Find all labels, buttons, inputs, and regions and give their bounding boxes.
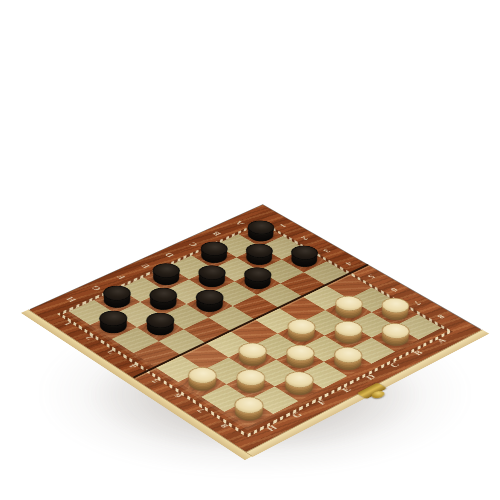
product-photo-stage: AA11BB22CC33DD44EE55FF66GG77HH88 <box>0 0 500 500</box>
checkers-board: AA11BB22CC33DD44EE55FF66GG77HH88 <box>29 205 481 452</box>
